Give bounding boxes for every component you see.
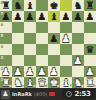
square-g2[interactable] — [72, 66, 84, 77]
square-b8[interactable]: ♞ — [12, 0, 24, 11]
file-label-h: h — [93, 84, 96, 88]
square-f7[interactable]: ♟ — [60, 11, 72, 22]
square-e6[interactable] — [48, 22, 60, 33]
square-g7[interactable]: ♟ — [72, 11, 84, 22]
flag-icon — [49, 92, 55, 96]
square-h7[interactable]: ♟ — [84, 11, 96, 22]
rank-label-3: 3 — [1, 56, 4, 60]
white-pawn: ♟ — [36, 66, 48, 77]
square-f6[interactable] — [60, 22, 72, 33]
player-rating: (400) — [34, 91, 47, 97]
black-pawn: ♟ — [72, 11, 84, 22]
square-b7[interactable]: ♟ — [12, 11, 24, 22]
rank-label-1: 1 — [1, 78, 4, 82]
square-e3[interactable] — [48, 55, 60, 66]
player-clock: 2:53 — [62, 89, 95, 99]
square-h6[interactable] — [84, 22, 96, 33]
black-queen: ♛ — [84, 44, 96, 55]
square-b1[interactable]: b♞ — [12, 77, 24, 88]
clock-time: 2:53 — [74, 90, 90, 98]
square-c2[interactable]: ♟ — [24, 66, 36, 77]
square-g3[interactable]: ♟ — [72, 55, 84, 66]
square-e5[interactable]: ♟ — [48, 33, 60, 44]
square-a1[interactable]: 1a♜ — [0, 77, 12, 88]
square-e2[interactable]: ♟ — [48, 66, 60, 77]
square-c5[interactable] — [24, 33, 36, 44]
square-b5[interactable] — [12, 33, 24, 44]
rank-label-4: 4 — [1, 45, 4, 49]
square-f1[interactable]: f♝ — [60, 77, 72, 88]
square-a5[interactable]: 5 — [0, 33, 12, 44]
square-a8[interactable]: 8♜ — [0, 0, 12, 11]
black-pawn: ♟ — [60, 11, 72, 22]
square-b2[interactable]: ♟ — [12, 66, 24, 77]
square-a3[interactable]: 3 — [0, 55, 12, 66]
square-d5[interactable] — [36, 33, 48, 44]
square-b4[interactable] — [12, 44, 24, 55]
square-h2[interactable]: ♟ — [84, 66, 96, 77]
square-h4[interactable]: ♛ — [84, 44, 96, 55]
white-pawn: ♟ — [72, 55, 84, 66]
black-pawn: ♟ — [12, 11, 24, 22]
black-king: ♚ — [48, 0, 60, 11]
square-f4[interactable] — [60, 44, 72, 55]
square-g8[interactable]: ♞ — [72, 0, 84, 11]
avatar[interactable]: ♟ — [1, 90, 10, 99]
square-g5[interactable] — [72, 33, 84, 44]
black-rook: ♜ — [84, 0, 96, 11]
square-d1[interactable]: d♛ — [36, 77, 48, 88]
black-pawn: ♟ — [24, 11, 36, 22]
chess-board[interactable]: 8♜♞♝♚♞♜7♟♟♟♟♝♟♟♟65♟♟4♛3♟2♟♟♟♟♟♟1a♜b♞c♝d♛… — [0, 0, 96, 88]
square-d6[interactable] — [36, 22, 48, 33]
square-e7[interactable]: ♝ — [48, 11, 60, 22]
square-d8[interactable] — [36, 0, 48, 11]
square-b6[interactable] — [12, 22, 24, 33]
white-pawn: ♟ — [24, 66, 36, 77]
square-e4[interactable] — [48, 44, 60, 55]
rank-label-6: 6 — [1, 23, 4, 27]
square-g4[interactable] — [72, 44, 84, 55]
rank-label-8: 8 — [1, 1, 4, 5]
square-d3[interactable] — [36, 55, 48, 66]
black-knight: ♞ — [12, 0, 24, 11]
square-a2[interactable]: 2♟ — [0, 66, 12, 77]
square-a7[interactable]: 7♟ — [0, 11, 12, 22]
square-a4[interactable]: 4 — [0, 44, 12, 55]
rank-label-5: 5 — [1, 34, 4, 38]
square-g6[interactable] — [72, 22, 84, 33]
black-bishop: ♝ — [24, 0, 36, 11]
rank-label-7: 7 — [1, 12, 4, 16]
square-e1[interactable]: e♚ — [48, 77, 60, 88]
black-pawn: ♟ — [84, 11, 96, 22]
square-f8[interactable] — [60, 0, 72, 11]
white-pawn: ♟ — [48, 66, 60, 77]
game-window: 8♜♞♝♚♞♜7♟♟♟♟♝♟♟♟65♟♟4♛3♟2♟♟♟♟♟♟1a♜b♞c♝d♛… — [0, 0, 96, 100]
square-e8[interactable]: ♚ — [48, 0, 60, 11]
white-pawn: ♟ — [84, 66, 96, 77]
square-h8[interactable]: ♜ — [84, 0, 96, 11]
player-username[interactable]: InRaRk — [12, 91, 32, 97]
white-pawn-icon: ♟ — [2, 91, 8, 98]
square-h3[interactable] — [84, 55, 96, 66]
square-h1[interactable]: h♜ — [84, 77, 96, 88]
square-c7[interactable]: ♟ — [24, 11, 36, 22]
square-d7[interactable]: ♟ — [36, 11, 48, 22]
square-c6[interactable] — [24, 22, 36, 33]
square-d2[interactable]: ♟ — [36, 66, 48, 77]
square-d4[interactable] — [36, 44, 48, 55]
black-pawn: ♟ — [36, 11, 48, 22]
square-c8[interactable]: ♝ — [24, 0, 36, 11]
square-c4[interactable] — [24, 44, 36, 55]
white-pawn: ♟ — [12, 66, 24, 77]
square-c3[interactable] — [24, 55, 36, 66]
black-pawn: ♟ — [48, 33, 60, 44]
square-g1[interactable]: g♞ — [72, 77, 84, 88]
white-pawn: ♟ — [60, 33, 72, 44]
timer-icon — [66, 91, 72, 97]
black-bishop: ♝ — [48, 11, 60, 22]
black-knight: ♞ — [72, 0, 84, 11]
square-c1[interactable]: c♝ — [24, 77, 36, 88]
player-bar: ♟ InRaRk (400) 2:53 — [0, 88, 96, 100]
square-b3[interactable] — [12, 55, 24, 66]
square-a6[interactable]: 6 — [0, 22, 12, 33]
square-f3[interactable] — [60, 55, 72, 66]
rank-label-2: 2 — [1, 67, 4, 71]
square-f5[interactable]: ♟ — [60, 33, 72, 44]
square-f2[interactable] — [60, 66, 72, 77]
square-h5[interactable] — [84, 33, 96, 44]
